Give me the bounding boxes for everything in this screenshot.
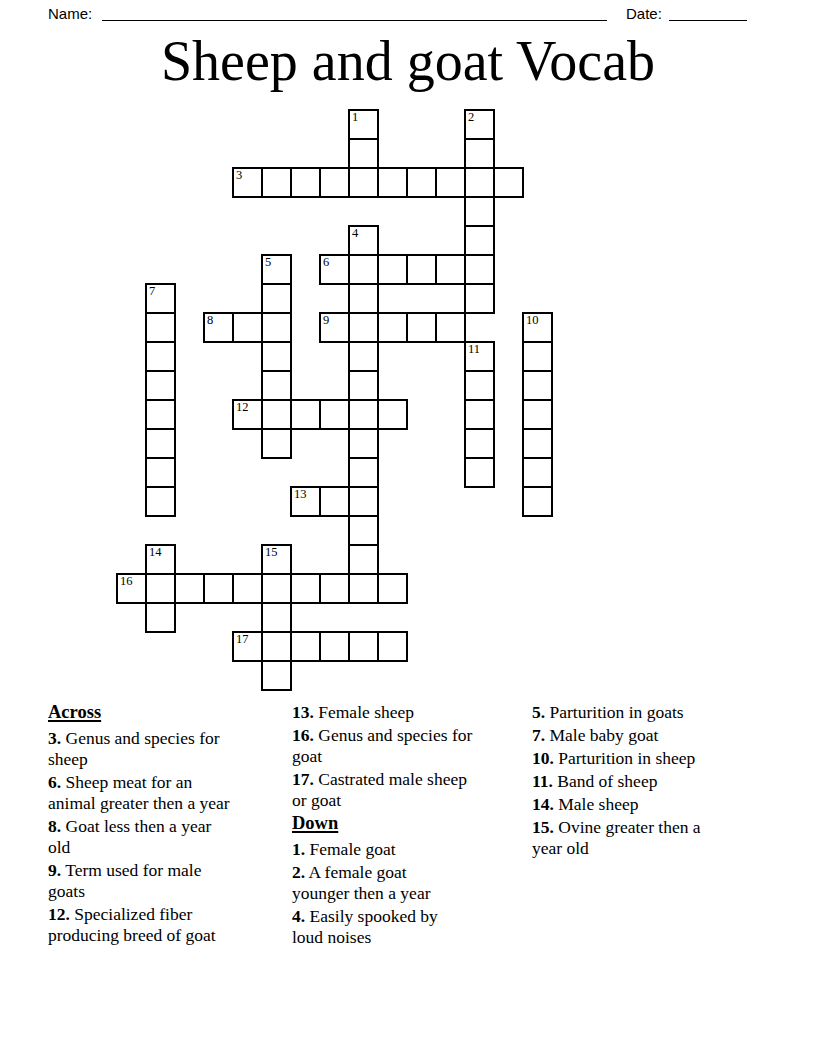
cell-number-2: 2	[468, 111, 474, 125]
clue-column-1: Across3. Genus and species for sheep6. S…	[48, 702, 284, 948]
grid-cell-r19-c5[interactable]	[261, 660, 292, 691]
grid-cell-r16-c2[interactable]	[174, 573, 205, 604]
clue-text: Ovine greater then a year old	[532, 817, 701, 858]
grid-cell-r8-c1[interactable]	[145, 341, 176, 372]
grid-cell-r9-c14[interactable]	[522, 370, 553, 401]
clue-number-label: 11.	[532, 771, 553, 791]
grid-cell-r15-c5[interactable]: 15	[261, 544, 292, 575]
grid-cell-r2-c4[interactable]: 3	[232, 167, 263, 198]
grid-cell-r10-c14[interactable]	[522, 399, 553, 430]
grid-cell-r10-c7[interactable]	[319, 399, 350, 430]
grid-cell-r7-c5[interactable]	[261, 312, 292, 343]
cell-number-15: 15	[265, 546, 278, 560]
grid-cell-r5-c10[interactable]	[406, 254, 437, 285]
cell-number-13: 13	[294, 488, 307, 502]
grid-cell-r18-c9[interactable]	[377, 631, 408, 662]
grid-cell-r16-c1[interactable]	[145, 573, 176, 604]
name-label: Name:	[48, 5, 92, 22]
grid-cell-r11-c5[interactable]	[261, 428, 292, 459]
grid-cell-r10-c6[interactable]	[290, 399, 321, 430]
grid-cell-r12-c8[interactable]	[348, 457, 379, 488]
clue-across-12: 12. Specialized fiber producing breed of…	[48, 904, 284, 946]
grid-cell-r18-c4[interactable]: 17	[232, 631, 263, 662]
clue-number-label: 12.	[48, 904, 70, 924]
grid-cell-r7-c8[interactable]	[348, 312, 379, 343]
grid-cell-r7-c1[interactable]	[145, 312, 176, 343]
clue-text: Castrated male sheep or goat	[292, 769, 467, 810]
clue-number-label: 3.	[48, 728, 61, 748]
grid-cell-r5-c9[interactable]	[377, 254, 408, 285]
crossword-grid: 1234567891011121314151617	[117, 110, 552, 690]
grid-cell-r5-c7[interactable]: 6	[319, 254, 350, 285]
clue-text: Parturition in sheep	[554, 748, 695, 768]
grid-cell-r2-c12[interactable]	[464, 167, 495, 198]
clue-down-7: 7. Male baby goat	[532, 725, 768, 746]
grid-cell-r16-c9[interactable]	[377, 573, 408, 604]
clue-number-label: 10.	[532, 748, 554, 768]
grid-cell-r16-c6[interactable]	[290, 573, 321, 604]
page-title: Sheep and goat Vocab	[0, 33, 816, 89]
grid-cell-r7-c4[interactable]	[232, 312, 263, 343]
grid-cell-r12-c12[interactable]	[464, 457, 495, 488]
grid-cell-r3-c12[interactable]	[464, 196, 495, 227]
cell-number-12: 12	[236, 401, 249, 415]
clue-text: Term used for male goats	[48, 860, 201, 901]
grid-cell-r7-c7[interactable]: 9	[319, 312, 350, 343]
grid-cell-r7-c3[interactable]: 8	[203, 312, 234, 343]
grid-cell-r7-c10[interactable]	[406, 312, 437, 343]
cell-number-9: 9	[323, 314, 329, 328]
grid-cell-r6-c8[interactable]	[348, 283, 379, 314]
clue-column-2: 13. Female sheep16. Genus and species fo…	[292, 702, 528, 950]
cell-number-10: 10	[526, 314, 539, 328]
grid-cell-r10-c5[interactable]	[261, 399, 292, 430]
grid-cell-r11-c12[interactable]	[464, 428, 495, 459]
clue-number-label: 7.	[532, 725, 545, 745]
grid-cell-r13-c1[interactable]	[145, 486, 176, 517]
clue-down-15: 15. Ovine greater then a year old	[532, 817, 768, 859]
grid-cell-r2-c9[interactable]	[377, 167, 408, 198]
cell-number-8: 8	[207, 314, 213, 328]
grid-cell-r18-c8[interactable]	[348, 631, 379, 662]
clue-across-3: 3. Genus and species for sheep	[48, 728, 284, 770]
clue-number-label: 6.	[48, 772, 61, 792]
grid-cell-r9-c12[interactable]	[464, 370, 495, 401]
grid-cell-r10-c4[interactable]: 12	[232, 399, 263, 430]
clue-text: Male sheep	[554, 794, 639, 814]
grid-cell-r5-c5[interactable]: 5	[261, 254, 292, 285]
clue-text: Band of sheep	[553, 771, 658, 791]
grid-cell-r10-c8[interactable]	[348, 399, 379, 430]
grid-cell-r16-c4[interactable]	[232, 573, 263, 604]
grid-cell-r1-c12[interactable]	[464, 138, 495, 169]
grid-cell-r9-c1[interactable]	[145, 370, 176, 401]
clue-text: Genus and species for goat	[292, 725, 472, 766]
grid-cell-r4-c8[interactable]: 4	[348, 225, 379, 256]
grid-cell-r13-c8[interactable]	[348, 486, 379, 517]
clue-column-3: 5. Parturition in goats7. Male baby goat…	[532, 702, 768, 861]
grid-cell-r12-c14[interactable]	[522, 457, 553, 488]
grid-cell-r13-c14[interactable]	[522, 486, 553, 517]
clue-down-10: 10. Parturition in sheep	[532, 748, 768, 769]
clue-across-9: 9. Term used for male goats	[48, 860, 284, 902]
grid-cell-r11-c8[interactable]	[348, 428, 379, 459]
grid-cell-r13-c6[interactable]: 13	[290, 486, 321, 517]
clue-across-16: 16. Genus and species for goat	[292, 725, 528, 767]
grid-cell-r2-c6[interactable]	[290, 167, 321, 198]
cell-number-3: 3	[236, 169, 242, 183]
grid-cell-r11-c1[interactable]	[145, 428, 176, 459]
cell-number-7: 7	[149, 285, 155, 299]
grid-cell-r18-c6[interactable]	[290, 631, 321, 662]
grid-cell-r1-c8[interactable]	[348, 138, 379, 169]
clue-number-label: 15.	[532, 817, 554, 837]
grid-cell-r15-c8[interactable]	[348, 544, 379, 575]
grid-cell-r2-c8[interactable]	[348, 167, 379, 198]
grid-cell-r10-c9[interactable]	[377, 399, 408, 430]
grid-cell-r9-c8[interactable]	[348, 370, 379, 401]
grid-cell-r0-c12[interactable]: 2	[464, 109, 495, 140]
grid-cell-r16-c5[interactable]	[261, 573, 292, 604]
grid-cell-r2-c10[interactable]	[406, 167, 437, 198]
worksheet-page: Name: Date: Sheep and goat Vocab 1234567…	[0, 0, 816, 1056]
grid-cell-r5-c12[interactable]	[464, 254, 495, 285]
grid-cell-r2-c7[interactable]	[319, 167, 350, 198]
cell-number-11: 11	[468, 343, 480, 357]
clue-number-label: 8.	[48, 816, 61, 836]
clue-text: Male baby goat	[545, 725, 658, 745]
cell-number-6: 6	[323, 256, 329, 270]
across-heading: Across	[48, 702, 284, 723]
clue-across-8: 8. Goat less then a year old	[48, 816, 284, 858]
grid-cell-r17-c5[interactable]	[261, 602, 292, 633]
clue-across-6: 6. Sheep meat for an animal greater then…	[48, 772, 284, 814]
cell-number-16: 16	[120, 575, 133, 589]
clue-across-13: 13. Female sheep	[292, 702, 528, 723]
grid-cell-r8-c8[interactable]	[348, 341, 379, 372]
clue-down-11: 11. Band of sheep	[532, 771, 768, 792]
down-heading: Down	[292, 813, 528, 834]
clue-number-label: 4.	[292, 906, 305, 926]
grid-cell-r15-c1[interactable]: 14	[145, 544, 176, 575]
clue-down-5: 5. Parturition in goats	[532, 702, 768, 723]
grid-cell-r5-c11[interactable]	[435, 254, 466, 285]
grid-cell-r6-c5[interactable]	[261, 283, 292, 314]
grid-cell-r8-c14[interactable]	[522, 341, 553, 372]
grid-cell-r4-c12[interactable]	[464, 225, 495, 256]
clue-down-2: 2. A female goat younger then a year	[292, 862, 528, 904]
clue-down-14: 14. Male sheep	[532, 794, 768, 815]
clue-number-label: 16.	[292, 725, 314, 745]
clue-text: Specialized fiber producing breed of goa…	[48, 904, 216, 945]
clue-text: Easily spooked by loud noises	[292, 906, 438, 947]
clue-text: Female sheep	[314, 702, 414, 722]
grid-cell-r16-c3[interactable]	[203, 573, 234, 604]
clue-number-label: 14.	[532, 794, 554, 814]
grid-cell-r9-c5[interactable]	[261, 370, 292, 401]
grid-cell-r7-c14[interactable]: 10	[522, 312, 553, 343]
grid-cell-r11-c14[interactable]	[522, 428, 553, 459]
clue-number-label: 13.	[292, 702, 314, 722]
grid-cell-r5-c8[interactable]	[348, 254, 379, 285]
clue-number-label: 1.	[292, 839, 305, 859]
clue-text: Goat less then a year old	[48, 816, 211, 857]
clue-across-17: 17. Castrated male sheep or goat	[292, 769, 528, 811]
clue-number-label: 2.	[292, 862, 305, 882]
clue-number-label: 5.	[532, 702, 545, 722]
cell-number-14: 14	[149, 546, 162, 560]
clue-text: Sheep meat for an animal greater then a …	[48, 772, 230, 813]
grid-cell-r12-c1[interactable]	[145, 457, 176, 488]
grid-cell-r7-c11[interactable]	[435, 312, 466, 343]
grid-cell-r6-c12[interactable]	[464, 283, 495, 314]
grid-cell-r7-c9[interactable]	[377, 312, 408, 343]
grid-cell-r8-c5[interactable]	[261, 341, 292, 372]
cell-number-5: 5	[265, 256, 271, 270]
name-blank-line[interactable]	[102, 5, 607, 21]
grid-cell-r13-c7[interactable]	[319, 486, 350, 517]
clue-number-label: 9.	[48, 860, 61, 880]
grid-cell-r2-c11[interactable]	[435, 167, 466, 198]
grid-cell-r0-c8[interactable]: 1	[348, 109, 379, 140]
clue-text: Genus and species for sheep	[48, 728, 220, 769]
grid-cell-r18-c5[interactable]	[261, 631, 292, 662]
grid-cell-r16-c0[interactable]: 16	[116, 573, 147, 604]
date-label: Date:	[626, 5, 662, 22]
clue-down-1: 1. Female goat	[292, 839, 528, 860]
grid-cell-r16-c8[interactable]	[348, 573, 379, 604]
grid-cell-r2-c13[interactable]	[493, 167, 524, 198]
grid-cell-r14-c8[interactable]	[348, 515, 379, 546]
clue-text: Parturition in goats	[545, 702, 684, 722]
grid-cell-r10-c1[interactable]	[145, 399, 176, 430]
clue-text: Female goat	[305, 839, 395, 859]
grid-cell-r17-c1[interactable]	[145, 602, 176, 633]
clue-number-label: 17.	[292, 769, 314, 789]
grid-cell-r16-c7[interactable]	[319, 573, 350, 604]
grid-cell-r8-c12[interactable]: 11	[464, 341, 495, 372]
cell-number-1: 1	[352, 111, 358, 125]
cell-number-4: 4	[352, 227, 358, 241]
clue-down-4: 4. Easily spooked by loud noises	[292, 906, 528, 948]
grid-cell-r10-c12[interactable]	[464, 399, 495, 430]
grid-cell-r18-c7[interactable]	[319, 631, 350, 662]
date-blank-line[interactable]	[669, 5, 747, 21]
grid-cell-r6-c1[interactable]: 7	[145, 283, 176, 314]
cell-number-17: 17	[236, 633, 249, 647]
clue-text: A female goat younger then a year	[292, 862, 430, 903]
grid-cell-r2-c5[interactable]	[261, 167, 292, 198]
